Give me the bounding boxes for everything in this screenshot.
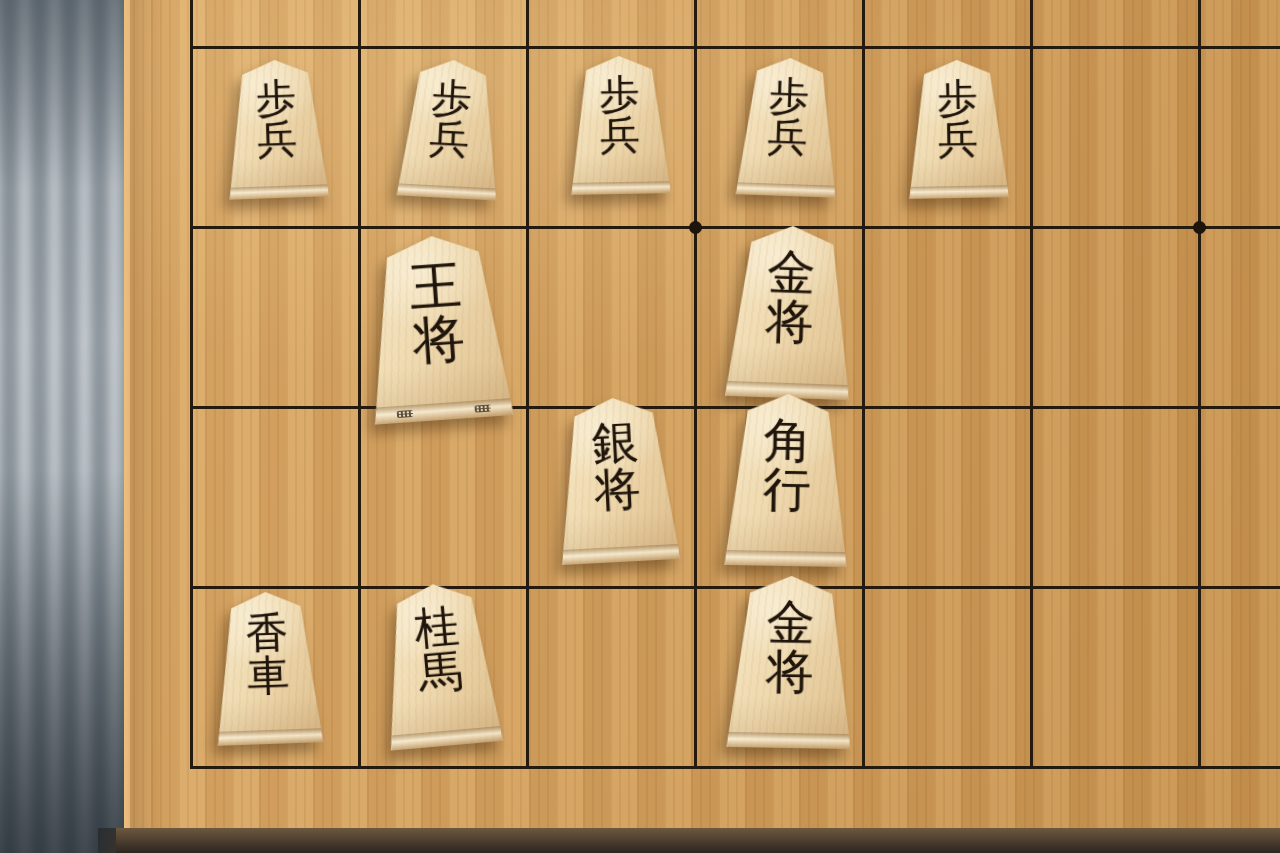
- piece-kanji: 香車: [245, 611, 290, 698]
- grid-vline-2: [526, 0, 529, 767]
- piece-kanji: 銀将: [591, 418, 642, 514]
- grid-vline-3: [694, 0, 697, 767]
- piece-kanji: 王将: [407, 258, 466, 367]
- piece-gold-6g[interactable]: 金将: [721, 224, 859, 401]
- piece-kanji: 歩兵: [599, 74, 640, 156]
- piece-body: 歩兵: [393, 57, 506, 200]
- piece-kanji: 歩兵: [937, 78, 978, 160]
- piece-bottom-bevel: [572, 181, 670, 195]
- piece-kanji: 歩兵: [767, 75, 810, 158]
- piece-bottom-bevel: [728, 731, 850, 749]
- piece-kanji: 角行: [762, 416, 812, 515]
- piece-bottom-bevel: [910, 185, 1008, 199]
- piece-body: 角行: [721, 393, 854, 567]
- grid-vline-1: [358, 0, 361, 767]
- grid-hline-0: [190, 46, 1280, 49]
- piece-bottom-bevel: [726, 549, 846, 567]
- piece-body: 金将: [721, 224, 859, 401]
- piece-knight-8i[interactable]: 桂馬: [373, 579, 507, 751]
- piece-kanji: 歩兵: [255, 77, 298, 160]
- piece-body: 歩兵: [733, 56, 844, 198]
- grid-vline-6: [1198, 0, 1201, 767]
- piece-body: 金将: [723, 575, 858, 749]
- piece-pawn-6f[interactable]: 歩兵: [733, 56, 844, 198]
- grid-vline-5: [1030, 0, 1033, 767]
- piece-bishop-6h[interactable]: 角行: [721, 393, 854, 567]
- piece-kanji: 金将: [765, 247, 816, 347]
- board-left-edge-shadow: [130, 0, 164, 830]
- piece-kanji: 桂馬: [413, 603, 465, 696]
- board-front-face: [116, 828, 1280, 853]
- star-point-icon: [1193, 221, 1206, 234]
- piece-body: 桂馬: [373, 579, 507, 751]
- piece-pawn-5f[interactable]: 歩兵: [904, 59, 1012, 199]
- piece-silver-7h[interactable]: 銀将: [550, 395, 684, 565]
- shogi-board-photo: 歩兵歩兵歩兵歩兵歩兵王将金将銀将角行香車桂馬金将: [0, 0, 1280, 853]
- piece-body: 王将: [358, 231, 518, 425]
- piece-king-8g[interactable]: 王将: [358, 231, 518, 425]
- piece-body: 香車: [209, 590, 326, 746]
- piece-pawn-8f[interactable]: 歩兵: [393, 57, 506, 200]
- piece-pawn-7f[interactable]: 歩兵: [566, 55, 674, 195]
- grid-vline-4: [862, 0, 865, 767]
- piece-kanji: 歩兵: [428, 77, 472, 161]
- piece-pawn-9f[interactable]: 歩兵: [222, 58, 333, 200]
- grid-vline-0: [190, 0, 193, 767]
- piece-gold-6i[interactable]: 金将: [723, 575, 858, 749]
- piece-kanji: 金将: [765, 598, 815, 697]
- piece-lance-9i[interactable]: 香車: [209, 590, 326, 746]
- grid-hline-4: [190, 766, 1280, 769]
- star-point-icon: [689, 221, 702, 234]
- piece-body: 歩兵: [222, 58, 333, 200]
- piece-body: 歩兵: [904, 59, 1012, 199]
- piece-body: 銀将: [550, 395, 684, 565]
- piece-body: 歩兵: [566, 55, 674, 195]
